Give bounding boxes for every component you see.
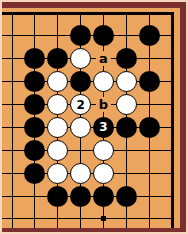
black-stone [47, 186, 68, 207]
black-stone [24, 48, 45, 69]
white-stone [93, 71, 114, 92]
black-stone [24, 94, 45, 115]
go-diagram: a2b3 [0, 0, 188, 234]
white-stone [93, 163, 114, 184]
board-right-edge [171, 12, 174, 229]
white-stone [47, 71, 68, 92]
point-label-a: a [96, 51, 111, 66]
white-stone [70, 163, 91, 184]
white-stone [47, 117, 68, 138]
black-stone [24, 163, 45, 184]
black-stone [116, 48, 137, 69]
white-stone [70, 48, 91, 69]
go-board: a2b3 [2, 8, 180, 228]
white-stone [47, 94, 68, 115]
black-stone [24, 71, 45, 92]
black-stone [70, 71, 91, 92]
white-stone [47, 140, 68, 161]
white-stone [116, 71, 137, 92]
point-label-b: b [96, 97, 111, 112]
black-stone [70, 25, 91, 46]
grid-line-v [12, 12, 13, 229]
black-stone [139, 117, 160, 138]
black-stone [24, 117, 45, 138]
black-stone-numbered-3: 3 [93, 117, 114, 138]
black-stone [139, 25, 160, 46]
black-stone [116, 186, 137, 207]
white-stone [116, 94, 137, 115]
white-stone [93, 140, 114, 161]
black-stone [93, 25, 114, 46]
white-stone-numbered-2: 2 [70, 94, 91, 115]
white-stone [70, 117, 91, 138]
black-stone [24, 140, 45, 161]
black-stone [93, 186, 114, 207]
black-stone [47, 48, 68, 69]
black-stone [139, 71, 160, 92]
black-stone [116, 117, 137, 138]
black-stone [70, 186, 91, 207]
hoshi-point [101, 216, 106, 221]
white-stone [47, 163, 68, 184]
